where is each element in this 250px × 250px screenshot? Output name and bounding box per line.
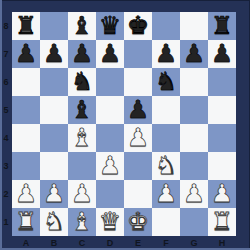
black-knight-c6: ♞ — [68, 68, 96, 96]
square-h4[interactable] — [208, 124, 236, 152]
square-a3[interactable] — [12, 152, 40, 180]
white-pawn-g2: ♟ — [180, 180, 208, 208]
square-g8[interactable] — [180, 12, 208, 40]
square-a7[interactable]: ♟ — [12, 40, 40, 68]
square-e2[interactable] — [124, 180, 152, 208]
square-b8[interactable] — [40, 12, 68, 40]
white-knight-f3: ♞ — [152, 152, 180, 180]
black-pawn-f7: ♟ — [152, 40, 180, 68]
square-e6[interactable] — [124, 68, 152, 96]
square-h2[interactable]: ♟ — [208, 180, 236, 208]
square-e3[interactable] — [124, 152, 152, 180]
square-e8[interactable]: ♚ — [124, 12, 152, 40]
square-f2[interactable]: ♟ — [152, 180, 180, 208]
square-h1[interactable]: ♜ — [208, 208, 236, 236]
white-pawn-a2: ♟ — [12, 180, 40, 208]
square-g1[interactable] — [180, 208, 208, 236]
square-b7[interactable]: ♟ — [40, 40, 68, 68]
square-b6[interactable] — [40, 68, 68, 96]
white-king-e1: ♚ — [124, 208, 152, 236]
rank-label-4: 4 — [0, 124, 12, 152]
square-b5[interactable] — [40, 96, 68, 124]
square-a6[interactable] — [12, 68, 40, 96]
square-c5[interactable]: ♝ — [68, 96, 96, 124]
square-e7[interactable] — [124, 40, 152, 68]
black-king-e8: ♚ — [124, 12, 152, 40]
black-pawn-g7: ♟ — [180, 40, 208, 68]
square-b4[interactable] — [40, 124, 68, 152]
square-f6[interactable]: ♞ — [152, 68, 180, 96]
square-g4[interactable] — [180, 124, 208, 152]
square-b3[interactable] — [40, 152, 68, 180]
square-c8[interactable]: ♝ — [68, 12, 96, 40]
square-g2[interactable]: ♟ — [180, 180, 208, 208]
black-bishop-c5: ♝ — [68, 96, 96, 124]
square-f3[interactable]: ♞ — [152, 152, 180, 180]
square-c1[interactable]: ♝ — [68, 208, 96, 236]
file-label-g: G — [180, 236, 208, 250]
black-pawn-e5: ♟ — [124, 96, 152, 124]
white-rook-h1: ♜ — [208, 208, 236, 236]
square-e1[interactable]: ♚ — [124, 208, 152, 236]
chess-board: ♜♝♛♚♜♟♟♟♟♟♟♟♞♞♝♟♝♟♟♞♟♟♟♟♟♟♜♞♝♛♚♜ — [12, 12, 236, 236]
square-b1[interactable]: ♞ — [40, 208, 68, 236]
file-label-b: B — [40, 236, 68, 250]
white-pawn-f2: ♟ — [152, 180, 180, 208]
square-h5[interactable] — [208, 96, 236, 124]
square-c2[interactable]: ♟ — [68, 180, 96, 208]
file-label-h: H — [208, 236, 236, 250]
square-c7[interactable]: ♟ — [68, 40, 96, 68]
square-d8[interactable]: ♛ — [96, 12, 124, 40]
square-c3[interactable] — [68, 152, 96, 180]
square-d7[interactable]: ♟ — [96, 40, 124, 68]
white-pawn-d3: ♟ — [96, 152, 124, 180]
square-h3[interactable] — [208, 152, 236, 180]
black-pawn-b7: ♟ — [40, 40, 68, 68]
square-e5[interactable]: ♟ — [124, 96, 152, 124]
square-d6[interactable] — [96, 68, 124, 96]
square-f5[interactable] — [152, 96, 180, 124]
file-label-a: A — [12, 236, 40, 250]
square-f7[interactable]: ♟ — [152, 40, 180, 68]
black-pawn-d7: ♟ — [96, 40, 124, 68]
square-a5[interactable] — [12, 96, 40, 124]
square-c4[interactable]: ♝ — [68, 124, 96, 152]
rank-label-7: 7 — [0, 40, 12, 68]
white-pawn-b2: ♟ — [40, 180, 68, 208]
square-d5[interactable] — [96, 96, 124, 124]
black-queen-d8: ♛ — [96, 12, 124, 40]
square-f1[interactable] — [152, 208, 180, 236]
white-bishop-c4: ♝ — [68, 124, 96, 152]
square-h6[interactable] — [208, 68, 236, 96]
square-g6[interactable] — [180, 68, 208, 96]
square-g3[interactable] — [180, 152, 208, 180]
square-e4[interactable]: ♟ — [124, 124, 152, 152]
rank-label-6: 6 — [0, 68, 12, 96]
square-b2[interactable]: ♟ — [40, 180, 68, 208]
rank-label-3: 3 — [0, 152, 12, 180]
square-g7[interactable]: ♟ — [180, 40, 208, 68]
rank-label-2: 2 — [0, 180, 12, 208]
black-pawn-a7: ♟ — [12, 40, 40, 68]
file-label-e: E — [124, 236, 152, 250]
square-a8[interactable]: ♜ — [12, 12, 40, 40]
square-d2[interactable] — [96, 180, 124, 208]
square-h7[interactable]: ♟ — [208, 40, 236, 68]
file-label-f: F — [152, 236, 180, 250]
file-label-d: D — [96, 236, 124, 250]
black-rook-h8: ♜ — [208, 12, 236, 40]
black-rook-a8: ♜ — [12, 12, 40, 40]
black-knight-f6: ♞ — [152, 68, 180, 96]
rank-label-5: 5 — [0, 96, 12, 124]
black-pawn-c7: ♟ — [68, 40, 96, 68]
white-rook-a1: ♜ — [12, 208, 40, 236]
square-f8[interactable] — [152, 12, 180, 40]
square-d4[interactable] — [96, 124, 124, 152]
black-pawn-h7: ♟ — [208, 40, 236, 68]
square-a4[interactable] — [12, 124, 40, 152]
chess-board-frame: 87654321 ABCDEFGH ♜♝♛♚♜♟♟♟♟♟♟♟♞♞♝♟♝♟♟♞♟♟… — [0, 0, 250, 250]
white-queen-d1: ♛ — [96, 208, 124, 236]
file-label-c: C — [68, 236, 96, 250]
square-c6[interactable]: ♞ — [68, 68, 96, 96]
square-d1[interactable]: ♛ — [96, 208, 124, 236]
square-a1[interactable]: ♜ — [12, 208, 40, 236]
white-pawn-h2: ♟ — [208, 180, 236, 208]
square-d3[interactable]: ♟ — [96, 152, 124, 180]
white-pawn-e4: ♟ — [124, 124, 152, 152]
square-a2[interactable]: ♟ — [12, 180, 40, 208]
black-bishop-c8: ♝ — [68, 12, 96, 40]
rank-label-1: 1 — [0, 208, 12, 236]
white-bishop-c1: ♝ — [68, 208, 96, 236]
white-knight-b1: ♞ — [40, 208, 68, 236]
square-h8[interactable]: ♜ — [208, 12, 236, 40]
file-labels: ABCDEFGH — [12, 236, 236, 250]
rank-label-8: 8 — [0, 12, 12, 40]
rank-labels: 87654321 — [0, 12, 12, 236]
square-f4[interactable] — [152, 124, 180, 152]
square-g5[interactable] — [180, 96, 208, 124]
white-pawn-c2: ♟ — [68, 180, 96, 208]
